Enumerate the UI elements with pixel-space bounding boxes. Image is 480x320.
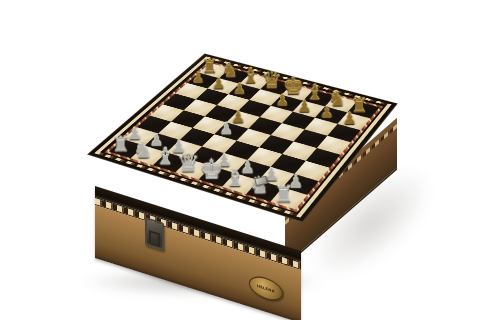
black-queen-d8[interactable]: ♛ bbox=[260, 70, 284, 93]
white-pawn-d4[interactable]: ♟ bbox=[214, 121, 239, 137]
scene: HELENA ♜♞♝♛♚♝♞♜♟♟♟♟♟♟♟♟♟♟♟♟♟♟♟♟♜♞♝♛♚♝♞♜ bbox=[0, 0, 480, 320]
brand-medallion-text: HELENA bbox=[257, 284, 275, 294]
latch-loop bbox=[149, 230, 160, 247]
black-pawn-g7[interactable]: ♟ bbox=[315, 105, 340, 121]
latch-clasp bbox=[145, 217, 164, 251]
black-pawn-e7[interactable]: ♟ bbox=[270, 93, 294, 109]
product-photo: HELENA ♜♞♝♛♚♝♞♜♟♟♟♟♟♟♟♟♟♟♟♟♟♟♟♟♜♞♝♛♚♝♞♜ bbox=[0, 0, 480, 320]
black-pawn-c7[interactable]: ♟ bbox=[228, 82, 252, 97]
white-rook-h1[interactable]: ♜ bbox=[270, 183, 298, 205]
black-pawn-f7[interactable]: ♟ bbox=[292, 99, 317, 115]
black-pawn-h7[interactable]: ♟ bbox=[337, 111, 362, 127]
